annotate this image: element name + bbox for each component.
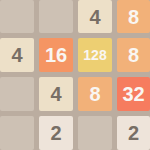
tile-8: 8 [78,77,112,111]
game-board-2048[interactable]: 484161288483222 [0,0,150,150]
tile-8: 8 [117,0,150,33]
empty-cell [39,0,73,33]
empty-cell [0,77,34,111]
tile-4: 4 [78,0,112,33]
tile-128: 128 [78,38,112,72]
tile-8: 8 [117,38,150,72]
empty-cell [0,116,34,150]
tile-32: 32 [117,77,150,111]
empty-cell [78,116,112,150]
empty-cell [0,0,34,33]
tile-2: 2 [117,116,150,150]
tile-4: 4 [39,77,73,111]
tile-16: 16 [39,38,73,72]
tile-2: 2 [39,116,73,150]
tile-4: 4 [0,38,34,72]
